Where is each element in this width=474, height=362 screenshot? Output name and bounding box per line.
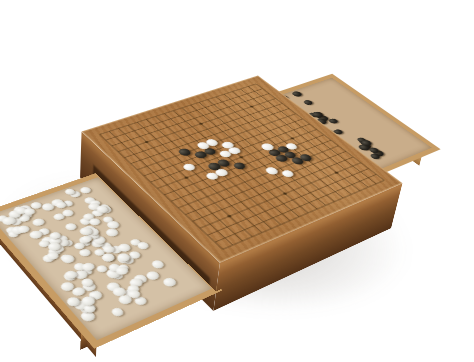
hoshi-point (184, 176, 189, 179)
tray-white-stone (90, 235, 106, 246)
tray-white-stone (79, 238, 93, 247)
tray-white-stone (38, 239, 52, 248)
tray-white-stone (133, 296, 149, 307)
tray-white-stone (108, 245, 124, 255)
tray-white-stone (17, 214, 31, 223)
tray-white-stone (40, 202, 55, 212)
tray-white-stone (28, 201, 43, 210)
tray-white-stone (78, 217, 92, 226)
tray-white-stone (93, 248, 107, 257)
tray-white-stone (4, 226, 18, 235)
tray-white-stone (61, 209, 75, 218)
tray-white-stone (7, 212, 22, 221)
tray-white-stone (79, 277, 95, 288)
tray-white-stone (122, 287, 138, 298)
perspective-scene (0, 0, 474, 362)
tray-white-stone (64, 222, 78, 231)
tray-white-stone (89, 238, 105, 248)
tray-white-stone (132, 274, 149, 285)
tray-white-stone (87, 289, 105, 301)
tray-white-stone (11, 206, 26, 215)
tray-white-stone (52, 212, 66, 221)
tray-white-stone (85, 229, 101, 239)
tray-white-stone (110, 286, 127, 298)
tray-white-stone (54, 237, 70, 248)
tray-white-stone (88, 217, 102, 226)
hoshi-point (282, 192, 287, 195)
tray-white-stone (100, 252, 117, 263)
tray-white-stone (105, 281, 122, 293)
tray-white-stone (117, 294, 134, 306)
tray-white-stone (77, 247, 93, 257)
tray-white-stone (105, 220, 121, 230)
tray-white-stone (144, 270, 161, 281)
tray-white-stone (82, 212, 96, 221)
tray-white-stone (78, 186, 93, 195)
tray-white-stone (101, 216, 114, 224)
tray-white-stone (114, 266, 130, 277)
tray-white-stone (31, 217, 46, 227)
tray-white-stone (55, 234, 70, 244)
tray-white-stone (88, 200, 101, 208)
tray-white-stone (54, 201, 68, 209)
hoshi-point (199, 122, 204, 125)
tray-white-stone (99, 241, 113, 250)
tray-white-stone (86, 202, 102, 212)
tray-white-stone (82, 303, 98, 314)
tray-white-stone (61, 238, 75, 247)
tray-white-stone (58, 281, 76, 293)
tray-white-stone (16, 224, 32, 234)
tray-white-stone (79, 295, 97, 308)
tray-white-stone (104, 228, 120, 238)
tray-white-stone (70, 286, 87, 298)
tray-white-stone (41, 253, 56, 263)
tray-white-stone (104, 268, 122, 280)
tray-white-stone (10, 225, 26, 235)
tray-white-stone (111, 271, 125, 281)
tray-black-stone (302, 99, 314, 106)
tray-white-stone (4, 226, 19, 236)
tray-white-stone (46, 251, 61, 261)
hoshi-point (290, 137, 295, 140)
tray-white-stone (82, 303, 98, 314)
tray-white-stone (129, 238, 143, 247)
tray-white-stone (39, 235, 56, 246)
tray-white-stone (136, 241, 151, 250)
tray-white-stone (83, 196, 97, 205)
tray-white-stone (59, 254, 73, 263)
tray-white-stone (116, 264, 130, 274)
tray-white-stone (81, 295, 95, 305)
tray-white-stone (79, 310, 97, 323)
tray-white-stone (115, 254, 131, 265)
tray-white-stone (126, 289, 141, 300)
tray-white-stone (63, 188, 76, 196)
tray-white-stone (77, 226, 93, 236)
tray-white-stone (27, 230, 44, 241)
hoshi-point (144, 141, 149, 144)
tray-white-stone (107, 263, 122, 273)
tray-white-stone (52, 244, 66, 253)
scene-tilt (0, 0, 474, 362)
tray-white-stone (63, 270, 78, 280)
go-board (82, 76, 403, 263)
tray-white-stone (68, 190, 82, 198)
tray-white-stone (126, 250, 142, 260)
tray-white-stone (116, 242, 133, 253)
tray-white-stone (81, 281, 98, 292)
tray-white-stone (98, 205, 113, 214)
tray-white-stone (14, 206, 28, 215)
tray-white-stone (85, 227, 101, 237)
tray-white-stone (72, 262, 87, 272)
tray-white-stone (77, 235, 92, 245)
tray-black-stone (290, 91, 303, 98)
tray-white-stone (79, 234, 93, 243)
tray-white-stone (161, 277, 178, 288)
tray-white-stone (101, 244, 117, 254)
tray-white-stone (95, 264, 109, 273)
tray-white-stone (80, 261, 96, 272)
tray-white-stone (125, 283, 141, 294)
hoshi-point (249, 105, 254, 107)
tray-white-stone (36, 227, 50, 236)
tray-white-stone (59, 254, 76, 265)
tray-white-stone (72, 241, 87, 250)
tray-white-stone (48, 231, 63, 240)
tray-white-stone (46, 246, 63, 257)
tray-white-stone (128, 277, 145, 289)
tray-white-stone (100, 252, 117, 263)
tray-white-stone (90, 208, 105, 218)
tray-white-stone (73, 269, 90, 281)
hoshi-point (227, 215, 232, 218)
tray-white-stone (78, 303, 93, 313)
tray-white-stone (65, 296, 82, 308)
tray-white-stone (61, 271, 78, 282)
photo-scene (0, 0, 474, 362)
tray-white-stone (96, 203, 112, 213)
tray-white-stone (22, 207, 37, 216)
tray-white-stone (21, 211, 34, 219)
tray-white-stone (95, 205, 110, 214)
tray-white-stone (8, 217, 23, 227)
tray-white-stone (79, 266, 93, 276)
tray-white-stone (49, 198, 65, 208)
tray-white-stone (61, 200, 74, 208)
tray-white-stone (66, 296, 83, 308)
tray-white-stone (7, 209, 24, 219)
tray-white-stone (47, 236, 63, 246)
tray-white-stone (72, 299, 90, 311)
tray-white-stone (115, 252, 132, 263)
tray-white-stone (120, 255, 136, 266)
tray-white-stone (46, 241, 63, 252)
tray-white-stone (1, 216, 18, 227)
tray-white-stone (17, 204, 33, 214)
hoshi-point (239, 156, 244, 159)
tray-white-stone (81, 225, 97, 235)
tray-white-stone (0, 214, 10, 222)
tray-white-stone (150, 259, 166, 270)
